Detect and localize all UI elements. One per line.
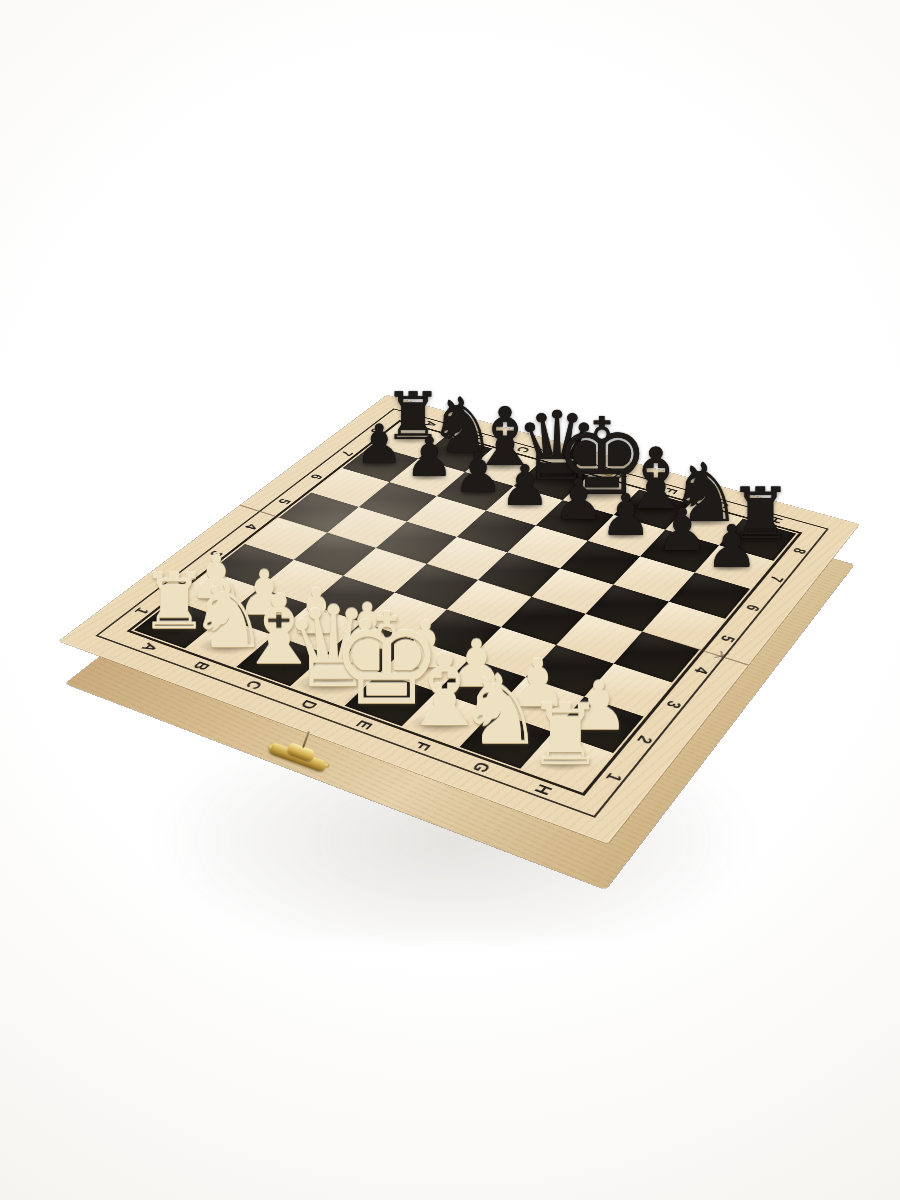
piece-glyph: ♟: [600, 486, 652, 544]
rank-label-right-4: 4: [689, 665, 713, 676]
piece-glyph: ♟: [355, 417, 403, 471]
product-photo-stage: Ω ABCDEFGHABCDEFGH8765432187654321 ♜♞♝♛♚…: [0, 0, 900, 1200]
scratch-mark: [711, 650, 733, 662]
piece-glyph: ♟: [705, 517, 758, 576]
rank-label-right-2: 2: [631, 733, 656, 746]
piece-glyph: ♟: [405, 430, 454, 485]
rank-label-right-7: 7: [765, 574, 787, 584]
rank-label-left-7: 7: [336, 449, 356, 457]
rank-label-left-5: 5: [274, 497, 295, 506]
piece-glyph: ♟: [656, 501, 708, 559]
rank-label-left-6: 6: [306, 473, 326, 481]
piece-glyph: ♜: [527, 693, 603, 777]
piece-glyph: ♟: [553, 472, 604, 529]
piece-glyph: ♟: [500, 458, 550, 514]
piece-glyph: ♟: [453, 446, 503, 502]
rank-label-right-6: 6: [741, 603, 764, 613]
rank-label-right-3: 3: [661, 698, 685, 710]
rank-label-right-1: 1: [600, 770, 626, 783]
rank-label-left-4: 4: [240, 522, 261, 531]
rank-label-right-5: 5: [715, 633, 738, 644]
